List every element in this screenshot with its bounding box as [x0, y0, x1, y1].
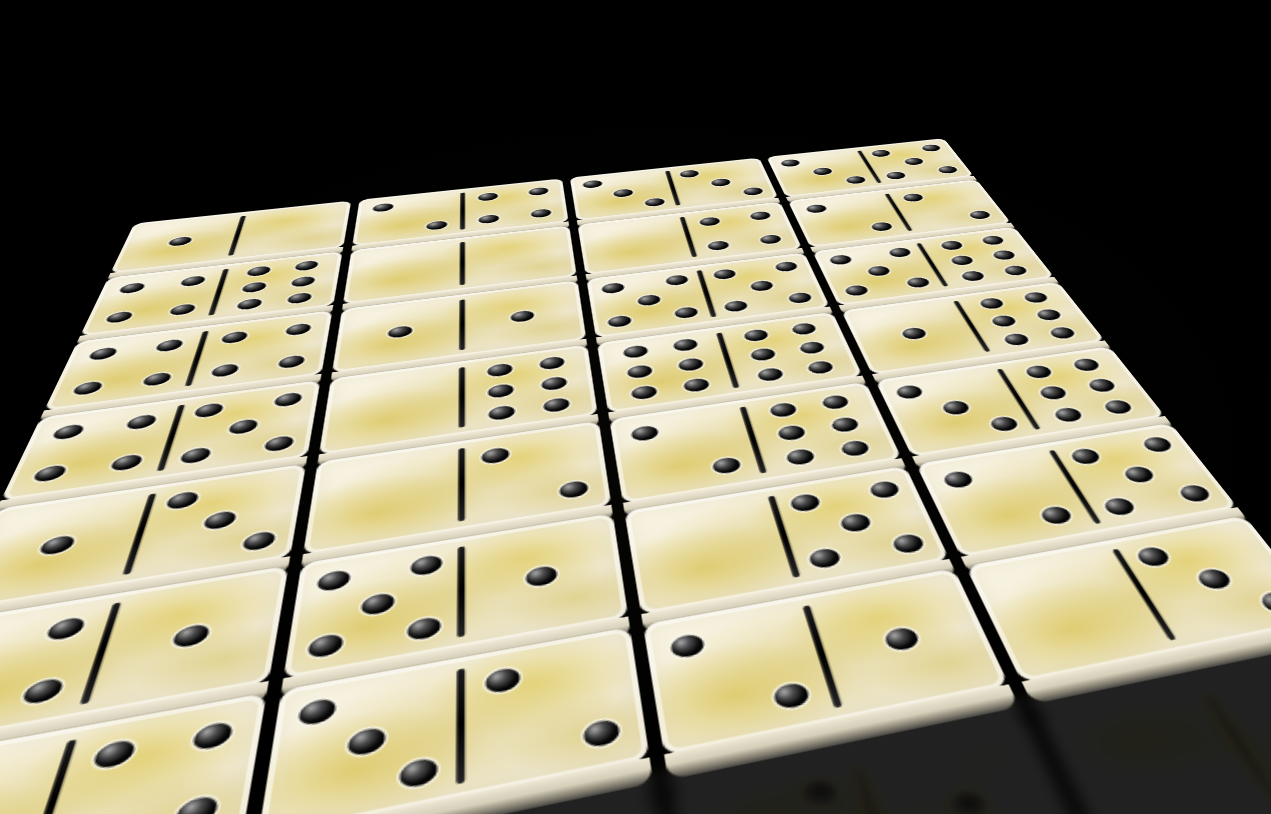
pip	[665, 275, 689, 287]
pip	[180, 275, 207, 287]
pip	[711, 178, 732, 187]
pip	[1022, 291, 1050, 304]
pip	[142, 372, 173, 387]
pip	[808, 546, 843, 569]
pip	[1048, 326, 1078, 340]
tile-half-right-5	[1047, 423, 1239, 533]
tile-half-right-2	[460, 627, 650, 798]
pip	[105, 311, 134, 324]
pip	[1102, 399, 1135, 415]
pip	[1122, 465, 1158, 484]
pip	[845, 175, 867, 184]
tile-half-left-3	[0, 727, 76, 814]
tile-half-left-2	[643, 596, 842, 756]
pip	[192, 720, 235, 751]
tile-divider	[803, 605, 842, 708]
pip	[489, 405, 516, 422]
pip	[88, 347, 119, 362]
pip	[903, 157, 925, 165]
pip	[890, 532, 926, 554]
pip	[479, 214, 500, 224]
pip	[866, 265, 892, 277]
pip	[1176, 483, 1213, 503]
pip	[119, 282, 147, 294]
pip	[299, 697, 338, 727]
pip	[543, 397, 570, 413]
pip	[529, 187, 549, 196]
tile-divider	[460, 299, 465, 350]
pip	[92, 738, 138, 770]
pip	[781, 159, 802, 168]
pip	[174, 794, 220, 814]
pip	[45, 616, 87, 642]
tile-half-right-4	[463, 178, 569, 233]
tile-divider	[457, 668, 465, 784]
tile-divider	[80, 602, 120, 704]
pip	[1135, 546, 1174, 569]
domino-tile-2-5	[1118, 794, 1271, 814]
pip	[980, 235, 1006, 246]
pip	[241, 530, 276, 552]
pip	[426, 220, 447, 230]
pip	[936, 165, 959, 174]
pip	[1053, 407, 1086, 424]
pip	[798, 777, 841, 811]
tile-half-right-3	[666, 158, 778, 210]
pip	[868, 480, 901, 500]
tile-half-right-6	[717, 312, 863, 395]
pip	[742, 187, 764, 196]
pip	[1069, 448, 1103, 466]
pip	[707, 240, 730, 251]
pip	[1140, 436, 1175, 454]
pip	[1002, 265, 1029, 277]
pip	[489, 383, 515, 399]
pip	[221, 330, 249, 344]
pip	[777, 424, 807, 441]
pip	[1194, 567, 1235, 591]
tile-half-right-1	[461, 513, 629, 648]
tile-half-left-2	[353, 189, 463, 246]
pip	[672, 338, 698, 352]
pip	[673, 306, 698, 319]
pip	[539, 355, 565, 370]
pip	[887, 247, 912, 258]
pip	[559, 480, 589, 500]
tile-half-left-0	[1036, 677, 1271, 814]
pip	[988, 415, 1020, 432]
pip	[839, 440, 871, 458]
tile-divider	[852, 761, 903, 814]
tile-half-left-6	[597, 327, 738, 413]
tile-half-right-3	[1196, 645, 1271, 814]
tile-half-right-6	[741, 382, 903, 481]
pip	[759, 234, 783, 245]
pip	[627, 364, 654, 379]
pip	[670, 633, 706, 660]
pip	[631, 385, 659, 401]
tile-half-right-6	[462, 345, 598, 435]
pip	[902, 193, 925, 202]
pip	[900, 327, 928, 341]
pip	[750, 280, 775, 292]
pip	[290, 276, 315, 288]
pip	[583, 718, 621, 749]
tile-half-left-2	[610, 400, 767, 504]
pip	[347, 726, 386, 758]
pip	[278, 354, 306, 369]
pip	[211, 363, 240, 378]
pip	[1038, 385, 1070, 401]
tile-divider	[460, 242, 465, 285]
pip	[644, 197, 665, 207]
pip	[388, 325, 413, 339]
tile-divider	[740, 407, 766, 474]
pip	[125, 414, 158, 431]
pip	[486, 666, 521, 694]
pip	[613, 188, 634, 197]
pip	[72, 380, 105, 396]
tile-half-right-4	[681, 202, 803, 262]
pip	[478, 192, 498, 201]
pip	[905, 276, 931, 288]
pip	[839, 512, 873, 533]
pip	[990, 314, 1019, 327]
pip	[806, 360, 834, 375]
pip	[242, 281, 268, 293]
pip	[583, 180, 603, 189]
pip	[682, 378, 710, 394]
pip	[680, 170, 701, 179]
tile-half-right-1	[462, 280, 587, 356]
pip	[203, 510, 238, 531]
domino-board	[0, 138, 1271, 814]
pip	[247, 265, 272, 277]
pip	[1086, 378, 1118, 394]
tile-half-right-6	[995, 346, 1166, 436]
pip	[541, 376, 567, 392]
pip	[399, 756, 437, 789]
pip	[51, 423, 86, 440]
pip	[844, 284, 870, 296]
pip	[1038, 505, 1074, 526]
tile-half-left-5	[283, 538, 461, 680]
pip	[829, 254, 854, 265]
tile-divider	[458, 546, 465, 637]
pip	[870, 221, 894, 231]
pip	[749, 211, 772, 221]
tile-divider	[1201, 688, 1271, 808]
pip	[169, 303, 197, 316]
pip	[946, 789, 992, 814]
pip	[294, 260, 318, 272]
pip	[885, 171, 907, 180]
pip	[1034, 308, 1063, 321]
pip	[798, 341, 826, 355]
pip	[1024, 364, 1055, 379]
pip	[637, 294, 662, 307]
pip	[1071, 357, 1102, 372]
pip	[608, 314, 633, 327]
pip	[991, 250, 1017, 261]
pip	[790, 493, 823, 513]
pip	[602, 282, 626, 294]
pip	[318, 569, 352, 593]
pip	[155, 338, 184, 352]
pip	[711, 456, 742, 475]
pip	[961, 270, 988, 282]
pip	[677, 357, 704, 372]
pip	[883, 626, 922, 652]
tile-half-right-0	[462, 226, 577, 290]
pip	[180, 446, 213, 464]
pip	[942, 470, 976, 489]
pip	[263, 435, 294, 453]
pip	[286, 292, 312, 305]
tile-divider	[123, 493, 156, 575]
tile-half-left-0	[966, 540, 1180, 683]
tile-half-left-2	[916, 443, 1104, 558]
pip	[757, 367, 785, 382]
pip	[950, 255, 976, 266]
pip	[724, 299, 750, 312]
pip	[713, 269, 737, 281]
pip	[1256, 590, 1271, 615]
pip	[482, 447, 510, 465]
pip	[786, 448, 817, 466]
photo-canvas: { "game": { "name": "dominoes", "set": "…	[0, 0, 1271, 814]
tile-half-right-2	[461, 421, 611, 530]
pip	[829, 416, 860, 433]
pip	[531, 208, 552, 218]
tile-half-right-5	[698, 253, 831, 323]
pip	[744, 328, 771, 342]
tile-half-left-0	[578, 213, 696, 275]
pip	[750, 347, 777, 362]
tile-half-right-5	[158, 380, 321, 479]
tile-half-left-0	[303, 441, 461, 555]
pip	[38, 534, 77, 556]
pip	[410, 554, 442, 577]
pip	[21, 677, 66, 706]
pip	[769, 401, 799, 418]
pip	[631, 425, 660, 442]
pip	[623, 344, 649, 358]
pip	[940, 240, 965, 251]
tile-half-right-5	[768, 466, 950, 587]
tile-half-right-3	[1109, 516, 1271, 651]
pip	[979, 297, 1007, 310]
pip	[968, 210, 993, 220]
pip	[361, 592, 395, 617]
pip	[168, 236, 193, 247]
pip	[488, 362, 513, 377]
pip	[194, 402, 225, 419]
tile-half-right-1	[803, 568, 1010, 720]
pip	[511, 310, 535, 323]
pip	[166, 491, 201, 511]
pip	[812, 167, 834, 176]
tile-divider	[768, 496, 800, 578]
pip	[407, 615, 441, 641]
pip	[1102, 496, 1139, 516]
tile-half-left-0	[625, 488, 800, 615]
tile-half-left-5	[587, 266, 716, 338]
pip	[273, 392, 302, 408]
pip	[920, 144, 942, 152]
pip	[806, 204, 829, 214]
pip	[285, 323, 312, 337]
tile-half-left-3	[570, 167, 680, 221]
pip	[32, 464, 69, 483]
tile-half-left-3	[258, 658, 461, 814]
pip	[790, 322, 817, 336]
pip	[820, 394, 850, 410]
tile-half-left-2	[670, 749, 905, 814]
pip	[308, 632, 345, 659]
pip	[871, 149, 893, 157]
pip	[373, 203, 394, 213]
tile-divider	[460, 192, 464, 229]
tile-divider	[25, 739, 76, 814]
pip	[526, 565, 558, 588]
tile-divider	[157, 405, 184, 472]
pip	[110, 453, 145, 472]
tile-divider	[459, 367, 465, 428]
pip	[774, 261, 799, 273]
pip	[1003, 333, 1032, 347]
pip	[172, 623, 211, 649]
pip	[237, 298, 264, 311]
pip	[787, 291, 813, 304]
tile-divider	[1049, 450, 1101, 524]
pip	[772, 681, 811, 710]
tile-divider	[1112, 549, 1176, 641]
pip	[228, 418, 259, 435]
pip	[699, 216, 722, 226]
scene-perspective-wrapper	[0, 138, 1271, 814]
tile-divider	[458, 448, 464, 522]
pip	[941, 399, 972, 415]
pip	[895, 384, 925, 400]
